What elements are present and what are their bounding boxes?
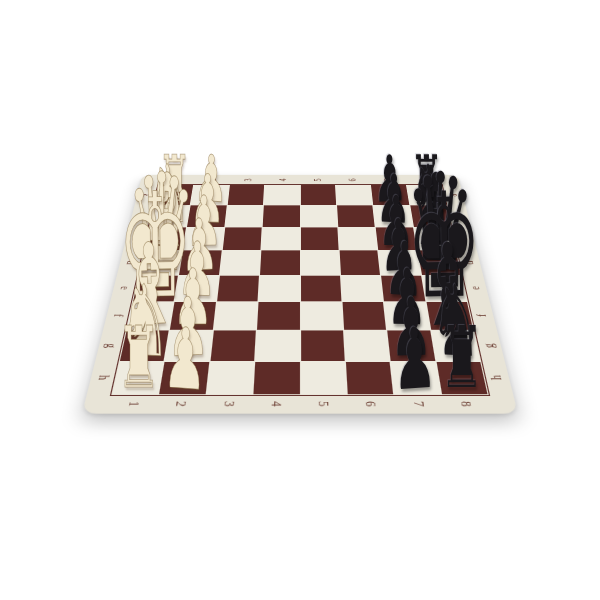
square-h5[interactable]: [301, 362, 347, 395]
product-photo-scene: 12345678 12345678 abcdefgh abcdefgh ♜♞♝♛…: [0, 0, 600, 600]
square-h4[interactable]: [254, 362, 300, 395]
square-c5[interactable]: [300, 227, 338, 250]
square-d5[interactable]: [300, 250, 339, 274]
square-g5[interactable]: [301, 331, 345, 361]
square-e4[interactable]: [259, 275, 300, 301]
square-a5[interactable]: [300, 185, 336, 205]
square-b4[interactable]: [263, 206, 300, 227]
piece-black-pawn-h7[interactable]: ♟: [375, 314, 455, 404]
square-b5[interactable]: [300, 206, 337, 227]
square-c4[interactable]: [262, 227, 300, 250]
piece-white-rook-h1[interactable]: ♜: [99, 316, 178, 401]
square-g4[interactable]: [255, 331, 299, 361]
square-d4[interactable]: [260, 250, 299, 274]
square-f5[interactable]: [301, 302, 343, 330]
square-e5[interactable]: [301, 275, 342, 301]
square-a4[interactable]: [264, 185, 300, 205]
square-f4[interactable]: [257, 302, 299, 330]
